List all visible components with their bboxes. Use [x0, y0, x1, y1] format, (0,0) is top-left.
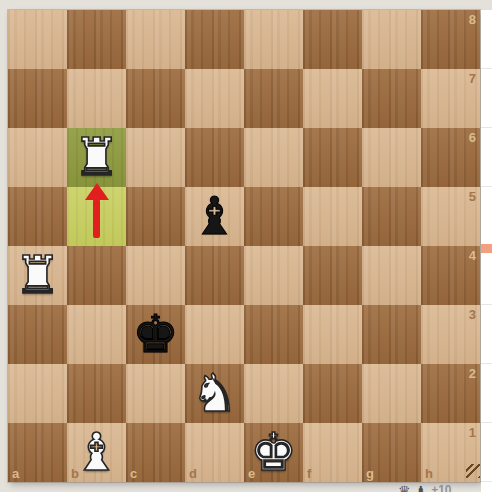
square-d3[interactable]: [185, 305, 244, 364]
square-d2[interactable]: ♞: [185, 364, 244, 423]
square-c3[interactable]: ♚: [126, 305, 185, 364]
square-a8[interactable]: [8, 10, 67, 69]
square-a3[interactable]: [8, 305, 67, 364]
square-e8[interactable]: [244, 10, 303, 69]
square-a5[interactable]: [8, 187, 67, 246]
square-f2[interactable]: [303, 364, 362, 423]
side-panel-highlighted-row[interactable]: [481, 244, 492, 253]
square-b4[interactable]: [67, 246, 126, 305]
square-f3[interactable]: [303, 305, 362, 364]
file-label-g: g: [366, 466, 374, 481]
black-bishop[interactable]: ♝: [185, 187, 244, 246]
square-e6[interactable]: [244, 128, 303, 187]
square-f4[interactable]: [303, 246, 362, 305]
square-g6[interactable]: [362, 128, 421, 187]
square-b1[interactable]: ♝: [67, 423, 126, 482]
square-a4[interactable]: ♜: [8, 246, 67, 305]
square-e5[interactable]: [244, 187, 303, 246]
square-d5[interactable]: ♝: [185, 187, 244, 246]
square-d4[interactable]: [185, 246, 244, 305]
side-panel-row-divider: [481, 68, 492, 69]
rank-label-4: 4: [469, 248, 476, 263]
square-b2[interactable]: [67, 364, 126, 423]
page-background: ♜♝♜♚♞♝♚87654321abcdefgh ♛♟+10: [0, 0, 492, 492]
side-panel-row-divider: [481, 186, 492, 187]
file-label-f: f: [307, 466, 311, 481]
square-f8[interactable]: [303, 10, 362, 69]
square-g3[interactable]: [362, 305, 421, 364]
square-a7[interactable]: [8, 69, 67, 128]
file-label-h: h: [425, 466, 433, 481]
side-panel-row-divider: [481, 363, 492, 364]
square-e1[interactable]: ♚: [244, 423, 303, 482]
white-bishop[interactable]: ♝: [67, 423, 126, 482]
square-a6[interactable]: [8, 128, 67, 187]
square-f7[interactable]: [303, 69, 362, 128]
board-resize-handle-icon[interactable]: [466, 464, 480, 478]
rank-label-8: 8: [469, 12, 476, 27]
square-c8[interactable]: [126, 10, 185, 69]
white-rook[interactable]: ♜: [67, 128, 126, 187]
white-king[interactable]: ♚: [244, 423, 303, 482]
captured-piece-icon: ♛: [398, 484, 411, 492]
square-g4[interactable]: [362, 246, 421, 305]
square-b8[interactable]: [67, 10, 126, 69]
square-e2[interactable]: [244, 364, 303, 423]
square-c6[interactable]: [126, 128, 185, 187]
rank-label-6: 6: [469, 130, 476, 145]
square-g2[interactable]: [362, 364, 421, 423]
square-g7[interactable]: [362, 69, 421, 128]
square-c2[interactable]: [126, 364, 185, 423]
square-b7[interactable]: [67, 69, 126, 128]
square-c7[interactable]: [126, 69, 185, 128]
square-a2[interactable]: [8, 364, 67, 423]
square-c4[interactable]: [126, 246, 185, 305]
square-e7[interactable]: [244, 69, 303, 128]
square-d6[interactable]: [185, 128, 244, 187]
rank-label-1: 1: [469, 425, 476, 440]
side-panel: [481, 10, 492, 492]
file-label-d: d: [189, 466, 197, 481]
side-panel-row-divider: [481, 304, 492, 305]
side-panel-row-divider: [481, 422, 492, 423]
side-panel-row-divider: [481, 127, 492, 128]
chess-board: ♜♝♜♚♞♝♚87654321abcdefgh: [8, 10, 480, 482]
move-arrow-shaft: [93, 199, 100, 238]
square-b3[interactable]: [67, 305, 126, 364]
material-advantage: +10: [431, 484, 451, 492]
square-f5[interactable]: [303, 187, 362, 246]
square-d7[interactable]: [185, 69, 244, 128]
white-rook[interactable]: ♜: [8, 246, 67, 305]
square-e3[interactable]: [244, 305, 303, 364]
square-d8[interactable]: [185, 10, 244, 69]
white-knight[interactable]: ♞: [185, 364, 244, 423]
file-label-c: c: [130, 466, 137, 481]
move-arrow-head: [85, 183, 109, 200]
rank-label-7: 7: [469, 71, 476, 86]
captured-piece-icon: ♟: [415, 484, 428, 492]
black-king[interactable]: ♚: [126, 305, 185, 364]
captured-pieces-tray: ♛♟+10: [398, 484, 451, 492]
square-g5[interactable]: [362, 187, 421, 246]
square-f1[interactable]: [303, 423, 362, 482]
rank-label-5: 5: [469, 189, 476, 204]
rank-label-3: 3: [469, 307, 476, 322]
square-c5[interactable]: [126, 187, 185, 246]
rank-label-2: 2: [469, 366, 476, 381]
square-f6[interactable]: [303, 128, 362, 187]
side-panel-row-divider: [481, 481, 492, 482]
square-e4[interactable]: [244, 246, 303, 305]
square-g8[interactable]: [362, 10, 421, 69]
file-label-a: a: [12, 466, 19, 481]
square-b6[interactable]: ♜: [67, 128, 126, 187]
